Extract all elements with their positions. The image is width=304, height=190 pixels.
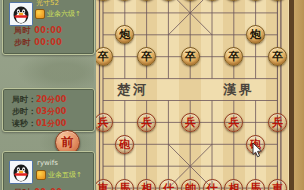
qq-penguin-icon [10, 161, 32, 183]
setting-label: 读秒： [12, 119, 36, 128]
bottom-player-name: rywifs [37, 159, 58, 167]
game-time-label: 局时 [14, 188, 31, 190]
top-move-time-row: 步时 00:00 [14, 37, 62, 48]
piece-red-soldier[interactable]: 兵 [94, 113, 113, 132]
piece-red-soldier[interactable]: 兵 [268, 113, 287, 132]
piece-red-soldier[interactable]: 兵 [181, 113, 200, 132]
move-time-value: 00:00 [34, 38, 62, 47]
board-edge [294, 0, 304, 190]
bottom-player-panel: rywifs 业余五级↑ 局时 00:00 [2, 151, 95, 190]
top-player-badge: 业余六级↑ [35, 9, 81, 19]
bottom-player-level: 业余五级↑ [48, 170, 82, 180]
setting-move-time: 步时：03分00 [12, 106, 66, 117]
bottom-player-badge: 业余五级↑ [36, 170, 82, 180]
piece-red-chariot[interactable]: 車 [94, 179, 113, 190]
setting-value: 20分00 [36, 95, 66, 104]
sidebar: 光寸52 业余六级↑ 局时 00:00 步时 00:00 局时：20分00 步时… [0, 0, 96, 190]
setting-value: 01分00 [36, 119, 66, 128]
piece-black-soldier[interactable]: 卒 [268, 47, 287, 66]
piece-red-soldier[interactable]: 兵 [137, 113, 156, 132]
river-label-chu: 楚河 [117, 81, 149, 99]
top-game-time-row: 局时 00:00 [14, 25, 62, 36]
bottom-player-avatar[interactable] [9, 160, 33, 184]
setting-byoyomi: 读秒：01分00 [12, 118, 66, 129]
game-time-value: 00:00 [34, 188, 62, 190]
bottom-game-time-row: 局时 00:00 [14, 187, 62, 190]
top-player-name: 光寸52 [36, 0, 59, 7]
piece-red-cannon[interactable]: 砲 [115, 135, 134, 154]
river-label-han: 漢界 [223, 81, 255, 99]
xiangqi-board[interactable]: 楚河 漢界 車馬象士將士象馬車炮炮卒卒卒卒卒兵兵兵兵兵砲砲車馬相仕帥仕相馬車 [96, 0, 304, 190]
move-time-label: 步时 [14, 38, 31, 47]
level-medal-icon [35, 9, 45, 19]
decorative-sketch [18, 52, 94, 92]
game-time-value: 00:00 [34, 26, 62, 35]
top-player-avatar[interactable] [9, 2, 33, 26]
setting-label: 局时： [12, 95, 36, 104]
mouse-cursor [252, 142, 263, 158]
qq-penguin-icon [10, 3, 32, 25]
setting-value: 03分00 [36, 107, 66, 116]
level-medal-icon [36, 170, 46, 180]
game-window: 楚河 漢界 車馬象士將士象馬車炮炮卒卒卒卒卒兵兵兵兵兵砲砲車馬相仕帥仕相馬車 [0, 0, 304, 190]
top-player-level: 业余六级↑ [47, 9, 81, 19]
piece-black-soldier[interactable]: 卒 [181, 47, 200, 66]
time-settings-panel: 局时：20分00 步时：03分00 读秒：01分00 [2, 88, 95, 132]
game-time-label: 局时 [14, 26, 31, 35]
setting-game-time: 局时：20分00 [12, 94, 66, 105]
top-player-panel: 光寸52 业余六级↑ 局时 00:00 步时 00:00 [2, 0, 95, 55]
piece-black-soldier[interactable]: 卒 [94, 47, 113, 66]
setting-label: 步时： [12, 107, 36, 116]
piece-red-advisor[interactable]: 仕 [203, 179, 222, 190]
